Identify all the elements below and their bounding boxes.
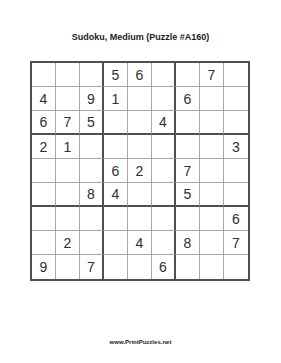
cell-r3c5[interactable] <box>128 111 152 135</box>
cell-r4c5[interactable] <box>128 135 152 159</box>
given-digit: 7 <box>208 68 216 82</box>
cell-r8c6[interactable] <box>152 231 176 255</box>
cell-r5c5: 2 <box>128 159 152 183</box>
cell-r6c6[interactable] <box>152 183 176 207</box>
given-digit: 7 <box>232 236 240 250</box>
given-digit: 4 <box>112 187 120 201</box>
given-digit: 8 <box>87 187 95 201</box>
cell-r4c3[interactable] <box>80 135 104 159</box>
cell-r3c6: 4 <box>152 111 176 135</box>
cell-r7c7[interactable] <box>176 207 200 231</box>
cell-r4c2: 1 <box>56 135 80 159</box>
cell-r9c5[interactable] <box>128 255 152 279</box>
given-digit: 2 <box>136 164 144 178</box>
cell-r7c4[interactable] <box>104 207 128 231</box>
given-digit: 7 <box>64 115 72 129</box>
given-digit: 8 <box>184 236 192 250</box>
cell-r2c7: 6 <box>176 87 200 111</box>
cell-r4c4[interactable] <box>104 135 128 159</box>
given-digit: 1 <box>112 92 120 106</box>
cell-r3c7[interactable] <box>176 111 200 135</box>
cell-r8c8[interactable] <box>200 231 224 255</box>
cell-r7c1[interactable] <box>32 207 56 231</box>
cell-r3c9[interactable] <box>224 111 248 135</box>
cell-r5c6[interactable] <box>152 159 176 183</box>
given-digit: 6 <box>159 260 167 274</box>
given-digit: 5 <box>87 115 95 129</box>
cell-r1c9[interactable] <box>224 63 248 87</box>
cell-r5c3[interactable] <box>80 159 104 183</box>
cell-r2c6[interactable] <box>152 87 176 111</box>
cell-r9c7[interactable] <box>176 255 200 279</box>
cell-r6c3: 8 <box>80 183 104 207</box>
cell-r7c3[interactable] <box>80 207 104 231</box>
cell-r2c3: 9 <box>80 87 104 111</box>
cell-r9c6: 6 <box>152 255 176 279</box>
cell-r2c5[interactable] <box>128 87 152 111</box>
cell-r1c6[interactable] <box>152 63 176 87</box>
cell-r9c8[interactable] <box>200 255 224 279</box>
given-digit: 6 <box>184 92 192 106</box>
cell-r8c7: 8 <box>176 231 200 255</box>
cell-r6c1[interactable] <box>32 183 56 207</box>
cell-r3c4[interactable] <box>104 111 128 135</box>
cell-r9c3: 7 <box>80 255 104 279</box>
given-digit: 3 <box>232 140 240 154</box>
cell-r6c4: 4 <box>104 183 128 207</box>
cell-r7c6[interactable] <box>152 207 176 231</box>
cell-r4c8[interactable] <box>200 135 224 159</box>
cell-r2c9[interactable] <box>224 87 248 111</box>
cell-r1c7[interactable] <box>176 63 200 87</box>
cell-r7c8[interactable] <box>200 207 224 231</box>
cell-r6c8[interactable] <box>200 183 224 207</box>
cell-r5c1[interactable] <box>32 159 56 183</box>
footer-url: www.PrintPuzzles.net <box>0 339 281 345</box>
given-digit: 4 <box>159 115 167 129</box>
cell-r5c4: 6 <box>104 159 128 183</box>
given-digit: 9 <box>87 92 95 106</box>
given-digit: 6 <box>112 164 120 178</box>
cell-r8c9: 7 <box>224 231 248 255</box>
cell-r9c2[interactable] <box>56 255 80 279</box>
sudoku-board: 5674916675421362784562487976 <box>30 61 250 281</box>
cell-r2c4: 1 <box>104 87 128 111</box>
cell-r4c1: 2 <box>32 135 56 159</box>
cell-r8c5: 4 <box>128 231 152 255</box>
cell-r6c5[interactable] <box>128 183 152 207</box>
cell-r5c8[interactable] <box>200 159 224 183</box>
cell-r8c3[interactable] <box>80 231 104 255</box>
cell-r1c4: 5 <box>104 63 128 87</box>
given-digit: 7 <box>184 164 192 178</box>
cell-r9c1: 9 <box>32 255 56 279</box>
cell-r8c2: 2 <box>56 231 80 255</box>
cell-r3c3: 5 <box>80 111 104 135</box>
cell-r2c1: 4 <box>32 87 56 111</box>
given-digit: 7 <box>87 260 95 274</box>
cell-r1c5: 6 <box>128 63 152 87</box>
cell-r7c9: 6 <box>224 207 248 231</box>
puzzle-title: Sudoku, Medium (Puzzle #A160) <box>0 32 281 42</box>
cell-r8c4[interactable] <box>104 231 128 255</box>
cell-r5c7: 7 <box>176 159 200 183</box>
given-digit: 5 <box>184 187 192 201</box>
cell-r7c2[interactable] <box>56 207 80 231</box>
given-digit: 9 <box>40 260 48 274</box>
cell-r6c2[interactable] <box>56 183 80 207</box>
cell-r2c2[interactable] <box>56 87 80 111</box>
cell-r5c2[interactable] <box>56 159 80 183</box>
cell-r9c9[interactable] <box>224 255 248 279</box>
cell-r7c5[interactable] <box>128 207 152 231</box>
cell-r3c1: 6 <box>32 111 56 135</box>
cell-r3c8[interactable] <box>200 111 224 135</box>
given-digit: 4 <box>40 92 48 106</box>
cell-r3c2: 7 <box>56 111 80 135</box>
given-digit: 1 <box>64 140 72 154</box>
cell-r4c9: 3 <box>224 135 248 159</box>
cell-r1c2[interactable] <box>56 63 80 87</box>
puzzle-page: Sudoku, Medium (Puzzle #A160) 5674916675… <box>0 0 281 363</box>
given-digit: 6 <box>232 212 240 226</box>
given-digit: 6 <box>136 68 144 82</box>
cell-r1c3[interactable] <box>80 63 104 87</box>
cell-r2c8[interactable] <box>200 87 224 111</box>
cell-r1c1[interactable] <box>32 63 56 87</box>
given-digit: 2 <box>64 236 72 250</box>
cell-r1c8: 7 <box>200 63 224 87</box>
given-digit: 2 <box>40 140 48 154</box>
cell-r6c7: 5 <box>176 183 200 207</box>
cell-r8c1[interactable] <box>32 231 56 255</box>
cell-r4c7[interactable] <box>176 135 200 159</box>
cell-r6c9[interactable] <box>224 183 248 207</box>
cell-r9c4[interactable] <box>104 255 128 279</box>
given-digit: 5 <box>112 68 120 82</box>
given-digit: 4 <box>136 236 144 250</box>
cell-r4c6[interactable] <box>152 135 176 159</box>
cell-r5c9[interactable] <box>224 159 248 183</box>
given-digit: 6 <box>40 115 48 129</box>
